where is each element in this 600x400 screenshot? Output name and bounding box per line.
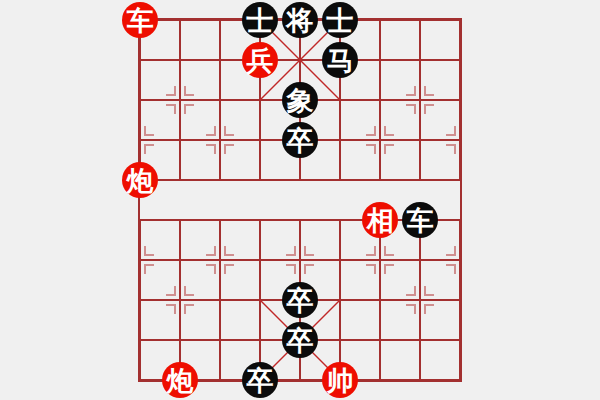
pieces-layer: 车士将士兵马象卒炮相车卒卒炮卒帅 <box>0 0 600 400</box>
xiangqi-diagram: 车士将士兵马象卒炮相车卒卒炮卒帅 <box>0 0 600 400</box>
piece-red-general[interactable]: 帅 <box>322 362 358 398</box>
piece-red-soldier[interactable]: 兵 <box>242 42 278 78</box>
piece-red-cannon[interactable]: 炮 <box>162 362 198 398</box>
piece-black-elephant[interactable]: 象 <box>282 82 318 118</box>
piece-black-soldier[interactable]: 卒 <box>242 362 278 398</box>
piece-black-advisor[interactable]: 士 <box>242 2 278 38</box>
piece-black-general[interactable]: 将 <box>282 2 318 38</box>
piece-black-chariot[interactable]: 车 <box>402 202 438 238</box>
piece-black-advisor[interactable]: 士 <box>322 2 358 38</box>
piece-red-chariot[interactable]: 车 <box>122 2 158 38</box>
piece-red-cannon[interactable]: 炮 <box>122 162 158 198</box>
piece-red-elephant[interactable]: 相 <box>362 202 398 238</box>
piece-black-soldier[interactable]: 卒 <box>282 122 318 158</box>
piece-black-soldier[interactable]: 卒 <box>282 282 318 318</box>
piece-black-soldier[interactable]: 卒 <box>282 322 318 358</box>
piece-black-horse[interactable]: 马 <box>322 42 358 78</box>
